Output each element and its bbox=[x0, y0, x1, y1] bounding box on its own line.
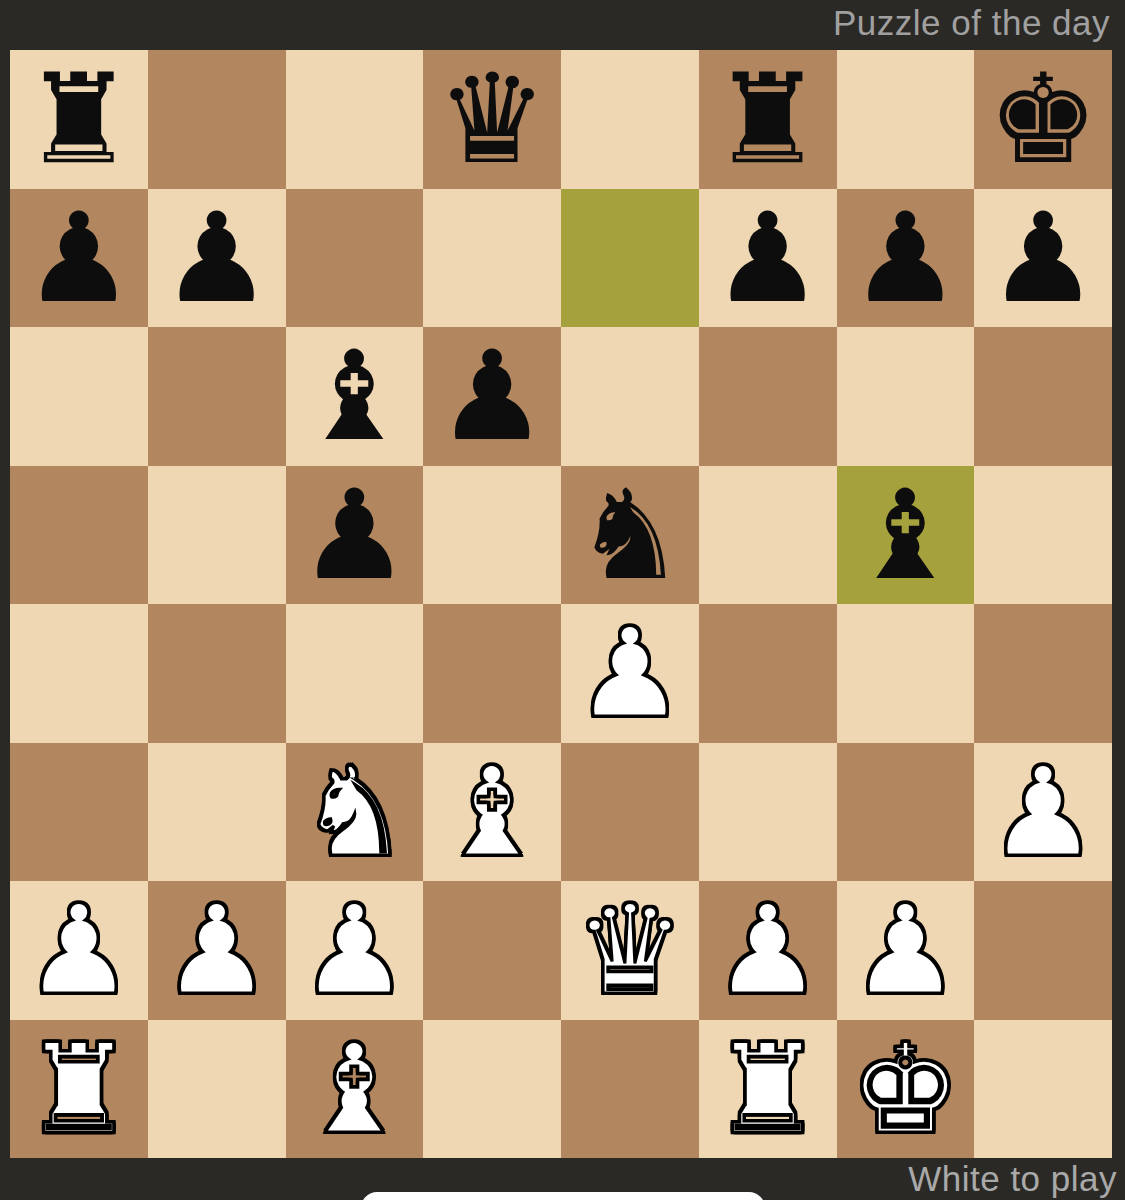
square-f7[interactable]: ♟ bbox=[699, 189, 837, 328]
white-bishop: ♝ bbox=[437, 750, 548, 874]
black-pawn: ♟ bbox=[988, 196, 1099, 320]
square-a7[interactable]: ♟ bbox=[10, 189, 148, 328]
black-bishop: ♝ bbox=[299, 334, 410, 458]
square-d4[interactable] bbox=[423, 604, 561, 743]
square-f8[interactable]: ♜ bbox=[699, 50, 837, 189]
square-d6[interactable]: ♟ bbox=[423, 327, 561, 466]
white-bishop: ♝ bbox=[299, 1027, 410, 1151]
white-rook: ♜ bbox=[23, 1027, 134, 1151]
white-king: ♚ bbox=[850, 1027, 961, 1151]
square-e8[interactable] bbox=[561, 50, 699, 189]
white-queen: ♛ bbox=[574, 888, 685, 1012]
black-bishop: ♝ bbox=[850, 473, 961, 597]
black-pawn: ♟ bbox=[299, 473, 410, 597]
square-c6[interactable]: ♝ bbox=[286, 327, 424, 466]
square-b1[interactable] bbox=[148, 1020, 286, 1159]
black-rook: ♜ bbox=[712, 57, 823, 181]
white-pawn: ♟ bbox=[161, 888, 272, 1012]
square-b7[interactable]: ♟ bbox=[148, 189, 286, 328]
square-f3[interactable] bbox=[699, 743, 837, 882]
white-knight: ♞ bbox=[299, 750, 410, 874]
square-g8[interactable] bbox=[837, 50, 975, 189]
square-f6[interactable] bbox=[699, 327, 837, 466]
square-a1[interactable]: ♜ bbox=[10, 1020, 148, 1159]
square-b2[interactable]: ♟ bbox=[148, 881, 286, 1020]
square-g2[interactable]: ♟ bbox=[837, 881, 975, 1020]
square-d1[interactable] bbox=[423, 1020, 561, 1159]
square-h3[interactable]: ♟ bbox=[974, 743, 1112, 882]
square-a6[interactable] bbox=[10, 327, 148, 466]
square-a8[interactable]: ♜ bbox=[10, 50, 148, 189]
square-b4[interactable] bbox=[148, 604, 286, 743]
square-c1[interactable]: ♝ bbox=[286, 1020, 424, 1159]
square-a5[interactable] bbox=[10, 466, 148, 605]
square-a3[interactable] bbox=[10, 743, 148, 882]
square-b5[interactable] bbox=[148, 466, 286, 605]
square-g7[interactable]: ♟ bbox=[837, 189, 975, 328]
white-pawn: ♟ bbox=[850, 888, 961, 1012]
square-e4[interactable]: ♟ bbox=[561, 604, 699, 743]
square-g3[interactable] bbox=[837, 743, 975, 882]
square-h5[interactable] bbox=[974, 466, 1112, 605]
black-pawn: ♟ bbox=[712, 196, 823, 320]
square-e5[interactable]: ♞ bbox=[561, 466, 699, 605]
white-pawn: ♟ bbox=[574, 611, 685, 735]
black-rook: ♜ bbox=[23, 57, 134, 181]
square-e6[interactable] bbox=[561, 327, 699, 466]
square-e1[interactable] bbox=[561, 1020, 699, 1159]
square-c2[interactable]: ♟ bbox=[286, 881, 424, 1020]
black-pawn: ♟ bbox=[161, 196, 272, 320]
square-b3[interactable] bbox=[148, 743, 286, 882]
white-pawn: ♟ bbox=[988, 750, 1099, 874]
square-c4[interactable] bbox=[286, 604, 424, 743]
black-pawn: ♟ bbox=[437, 334, 548, 458]
square-h7[interactable]: ♟ bbox=[974, 189, 1112, 328]
square-f2[interactable]: ♟ bbox=[699, 881, 837, 1020]
white-rook: ♜ bbox=[712, 1027, 823, 1151]
black-king: ♚ bbox=[988, 57, 1099, 181]
square-h4[interactable] bbox=[974, 604, 1112, 743]
square-h1[interactable] bbox=[974, 1020, 1112, 1159]
white-pawn: ♟ bbox=[712, 888, 823, 1012]
square-g6[interactable] bbox=[837, 327, 975, 466]
square-f1[interactable]: ♜ bbox=[699, 1020, 837, 1159]
square-e2[interactable]: ♛ bbox=[561, 881, 699, 1020]
square-h8[interactable]: ♚ bbox=[974, 50, 1112, 189]
white-pawn: ♟ bbox=[23, 888, 134, 1012]
black-queen: ♛ bbox=[437, 57, 548, 181]
square-c5[interactable]: ♟ bbox=[286, 466, 424, 605]
square-h2[interactable] bbox=[974, 881, 1112, 1020]
square-b6[interactable] bbox=[148, 327, 286, 466]
square-b8[interactable] bbox=[148, 50, 286, 189]
bottom-action-button[interactable] bbox=[361, 1192, 765, 1200]
square-g5[interactable]: ♝ bbox=[837, 466, 975, 605]
black-pawn: ♟ bbox=[850, 196, 961, 320]
square-h6[interactable] bbox=[974, 327, 1112, 466]
turn-indicator: White to play bbox=[908, 1159, 1117, 1199]
square-c7[interactable] bbox=[286, 189, 424, 328]
square-d8[interactable]: ♛ bbox=[423, 50, 561, 189]
white-pawn: ♟ bbox=[299, 888, 410, 1012]
square-e7[interactable] bbox=[561, 189, 699, 328]
square-f5[interactable] bbox=[699, 466, 837, 605]
black-pawn: ♟ bbox=[23, 196, 134, 320]
square-g4[interactable] bbox=[837, 604, 975, 743]
black-knight: ♞ bbox=[574, 473, 685, 597]
square-c3[interactable]: ♞ bbox=[286, 743, 424, 882]
square-d3[interactable]: ♝ bbox=[423, 743, 561, 882]
square-a2[interactable]: ♟ bbox=[10, 881, 148, 1020]
square-g1[interactable]: ♚ bbox=[837, 1020, 975, 1159]
page-title: Puzzle of the day bbox=[833, 3, 1110, 43]
square-d5[interactable] bbox=[423, 466, 561, 605]
square-c8[interactable] bbox=[286, 50, 424, 189]
square-e3[interactable] bbox=[561, 743, 699, 882]
square-f4[interactable] bbox=[699, 604, 837, 743]
chess-board: ♜♛♜♚♟♟♟♟♟♝♟♟♞♝♟♞♝♟♟♟♟♛♟♟♜♝♜♚ bbox=[10, 50, 1112, 1158]
square-a4[interactable] bbox=[10, 604, 148, 743]
puzzle-screen: Puzzle of the day ♜♛♜♚♟♟♟♟♟♝♟♟♞♝♟♞♝♟♟♟♟♛… bbox=[0, 0, 1125, 1200]
square-d2[interactable] bbox=[423, 881, 561, 1020]
square-d7[interactable] bbox=[423, 189, 561, 328]
